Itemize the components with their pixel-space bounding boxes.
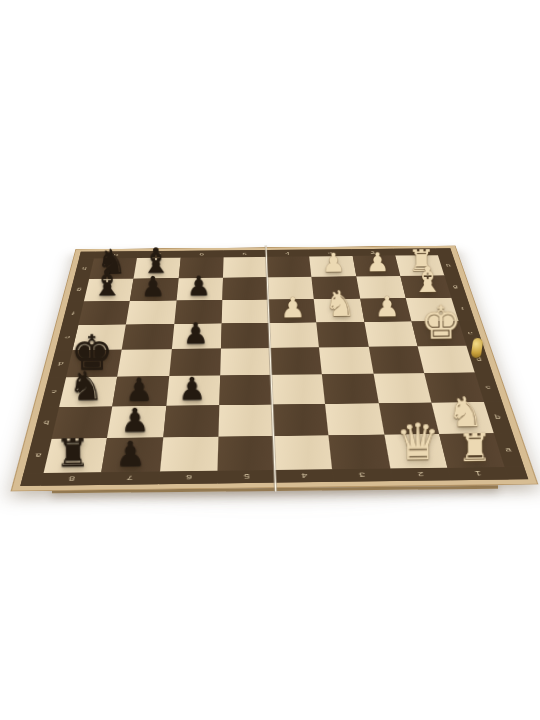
piece-wB-g1: ♝ xyxy=(412,262,444,298)
piece-wP-f2: ♟ xyxy=(375,293,400,321)
square-g6: ♟ xyxy=(176,278,223,300)
piece-wQ-a2: ♛ xyxy=(395,417,440,468)
square-e2 xyxy=(364,321,417,347)
square-d5 xyxy=(220,348,271,376)
coord-bottom-8: 8 xyxy=(41,472,102,485)
square-a3 xyxy=(329,434,390,469)
square-d1 xyxy=(417,346,474,373)
piece-wN-f3: ♞ xyxy=(324,286,356,322)
square-b3 xyxy=(325,403,384,435)
product-photo-scene: 87654321h♞♝♟♟♜hg♝♟♟♝gf♟♞♟fe♟♚ed♚dc♞♟♟cb♟… xyxy=(0,0,540,720)
coord-bottom-7: 7 xyxy=(99,472,159,485)
piece-bP-a7: ♟ xyxy=(115,437,146,471)
coord-bottom-5: 5 xyxy=(217,470,276,483)
square-f3: ♞ xyxy=(314,298,364,322)
square-h4 xyxy=(266,256,311,277)
coord-bottom-2: 2 xyxy=(390,468,450,481)
square-f4: ♟ xyxy=(268,299,316,323)
border-corner xyxy=(20,473,43,486)
square-g1: ♝ xyxy=(400,276,451,298)
border-corner xyxy=(504,467,528,480)
chess-board: 87654321h♞♝♟♟♜hg♝♟♟♝gf♟♞♟fe♟♚ed♚dc♞♟♟cb♟… xyxy=(12,246,537,491)
piece-bN-c8: ♞ xyxy=(68,366,104,406)
square-h5 xyxy=(223,257,267,278)
chess-board-perspective-wrapper: 87654321h♞♝♟♟♜hg♝♟♟♝gf♟♞♟fe♟♚ed♚dc♞♟♟cb♟… xyxy=(12,246,537,491)
piece-wP-h3: ♟ xyxy=(322,250,346,276)
square-c3 xyxy=(322,374,378,404)
square-f5 xyxy=(221,299,269,323)
square-g7: ♟ xyxy=(130,278,178,300)
square-g5 xyxy=(222,277,268,299)
piece-wP-h2: ♟ xyxy=(366,250,390,276)
square-a2: ♛ xyxy=(384,434,447,469)
square-g8: ♝ xyxy=(84,279,134,302)
square-e5 xyxy=(221,323,270,349)
square-a1: ♜ xyxy=(439,433,505,468)
square-c5 xyxy=(219,375,272,405)
square-c6: ♟ xyxy=(166,376,220,406)
square-e3 xyxy=(316,322,368,348)
square-d3 xyxy=(319,347,373,375)
square-a6 xyxy=(159,437,218,472)
square-f8 xyxy=(78,301,130,325)
piece-bP-c6: ♟ xyxy=(178,373,206,405)
square-a8: ♜ xyxy=(44,438,108,473)
square-a5 xyxy=(217,436,275,471)
coord-bottom-1: 1 xyxy=(447,467,508,480)
square-e6: ♟ xyxy=(171,323,221,349)
square-d4 xyxy=(270,347,322,375)
piece-bR-a8: ♜ xyxy=(55,433,90,472)
coord-bottom-6: 6 xyxy=(158,471,217,484)
piece-bP-b7: ♟ xyxy=(120,404,150,437)
piece-wK-e1: ♚ xyxy=(421,300,463,346)
square-f7 xyxy=(126,300,176,324)
square-d2 xyxy=(368,346,424,374)
square-b5 xyxy=(218,404,273,436)
coord-bottom-4: 4 xyxy=(275,469,334,482)
square-c8: ♞ xyxy=(59,377,117,407)
piece-bP-g7: ♟ xyxy=(141,273,166,300)
piece-bP-e6: ♟ xyxy=(183,319,209,348)
coord-bottom-3: 3 xyxy=(332,469,392,482)
square-e7 xyxy=(122,324,174,350)
square-a7: ♟ xyxy=(102,437,163,472)
piece-wR-a1: ♜ xyxy=(458,428,493,467)
square-c2 xyxy=(373,373,431,403)
square-c4 xyxy=(271,374,325,404)
square-e4 xyxy=(269,322,319,348)
square-e1: ♚ xyxy=(411,321,466,347)
square-h3: ♟ xyxy=(309,256,356,277)
square-h2: ♟ xyxy=(352,256,400,277)
square-f2: ♟ xyxy=(360,298,411,322)
piece-bP-g6: ♟ xyxy=(187,272,212,299)
square-a4 xyxy=(273,435,332,470)
piece-bB-g8: ♝ xyxy=(91,265,123,301)
square-b6 xyxy=(163,405,219,437)
square-b4 xyxy=(272,404,328,436)
piece-wP-f4: ♟ xyxy=(280,294,305,322)
